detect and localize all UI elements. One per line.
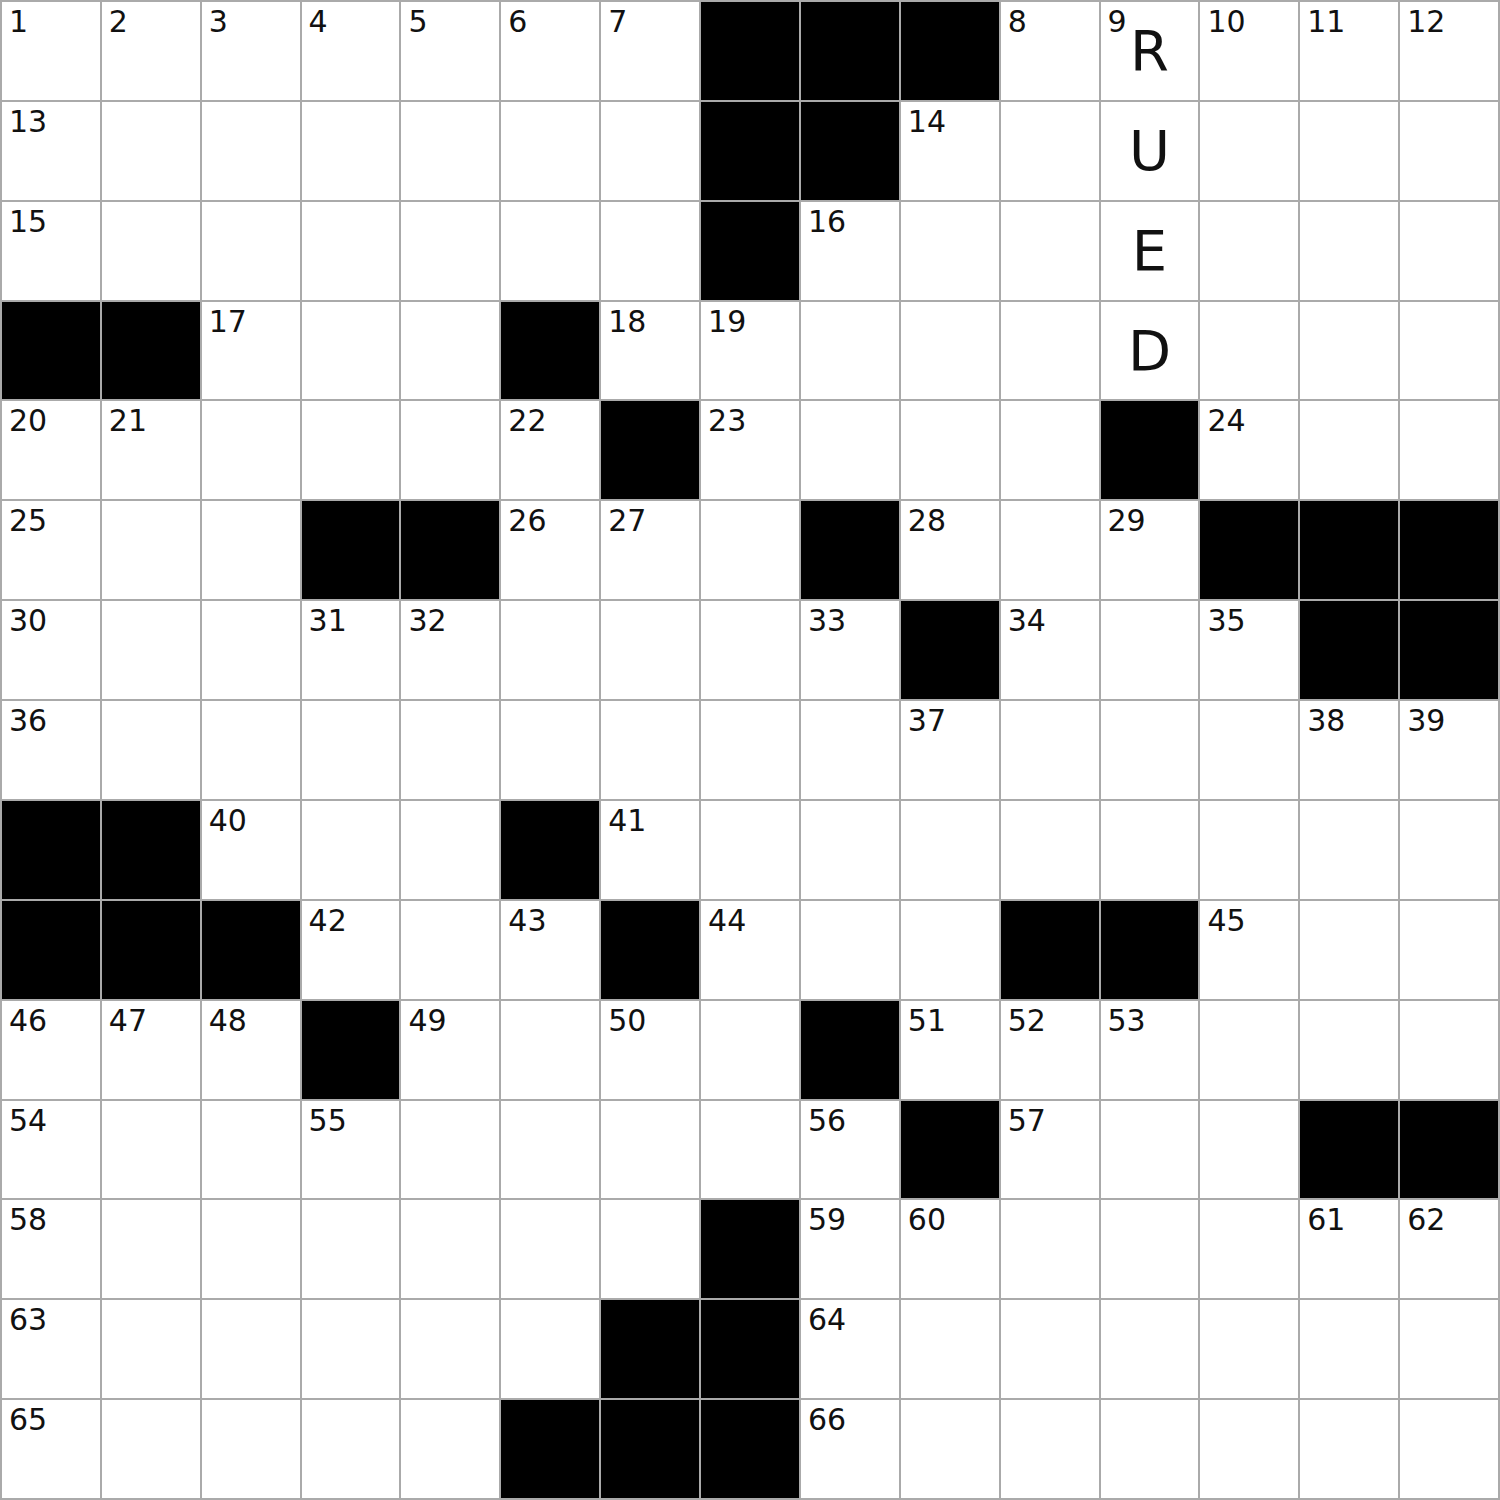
cell-r13c12[interactable] xyxy=(1101,1200,1199,1298)
cell-r3c11[interactable] xyxy=(1001,202,1099,300)
cell-r8c13[interactable] xyxy=(1200,701,1298,799)
cell-r10c13[interactable]: 45 xyxy=(1200,901,1298,999)
cell-r11c6[interactable] xyxy=(501,1001,599,1099)
cell-r11c7[interactable]: 50 xyxy=(601,1001,699,1099)
cell-r11c15[interactable] xyxy=(1400,1001,1498,1099)
clue-number-58: 58 xyxy=(9,1203,47,1236)
black-cell-r6c14 xyxy=(1300,501,1398,599)
clue-number-6: 6 xyxy=(508,5,527,38)
clue-number-34: 34 xyxy=(1008,604,1046,637)
cell-r5c4[interactable] xyxy=(302,401,400,499)
cell-r9c4[interactable] xyxy=(302,801,400,899)
clue-number-47: 47 xyxy=(109,1004,147,1037)
clue-number-24: 24 xyxy=(1207,404,1245,437)
clue-number-16: 16 xyxy=(808,205,846,238)
cell-r1c5[interactable]: 5 xyxy=(401,2,499,100)
cell-r4c13[interactable] xyxy=(1200,302,1298,400)
cell-r4c14[interactable] xyxy=(1300,302,1398,400)
black-cell-r10c2 xyxy=(102,901,200,999)
clue-number-56: 56 xyxy=(808,1104,846,1137)
cell-r7c13[interactable]: 35 xyxy=(1200,601,1298,699)
clue-number-45: 45 xyxy=(1207,904,1245,937)
black-cell-r14c7 xyxy=(601,1300,699,1398)
cell-r14c3[interactable] xyxy=(202,1300,300,1398)
cell-r13c5[interactable] xyxy=(401,1200,499,1298)
clue-number-43: 43 xyxy=(508,904,546,937)
cell-r14c10[interactable] xyxy=(901,1300,999,1398)
cell-r6c2[interactable] xyxy=(102,501,200,599)
clue-number-26: 26 xyxy=(508,504,546,537)
clue-number-49: 49 xyxy=(408,1004,446,1037)
cell-r2c15[interactable] xyxy=(1400,102,1498,200)
cell-r4c4[interactable] xyxy=(302,302,400,400)
cell-r7c9[interactable]: 33 xyxy=(801,601,899,699)
clue-number-42: 42 xyxy=(309,904,347,937)
cell-r2c13[interactable] xyxy=(1200,102,1298,200)
cell-r4c11[interactable] xyxy=(1001,302,1099,400)
cell-r5c5[interactable] xyxy=(401,401,499,499)
cell-r5c3[interactable] xyxy=(202,401,300,499)
cell-r10c8[interactable]: 44 xyxy=(701,901,799,999)
cell-r12c12[interactable] xyxy=(1101,1101,1199,1199)
cell-r15c4[interactable] xyxy=(302,1400,400,1498)
cell-r1c4[interactable]: 4 xyxy=(302,2,400,100)
cell-r7c3[interactable] xyxy=(202,601,300,699)
clue-number-60: 60 xyxy=(908,1203,946,1236)
cell-r15c12[interactable] xyxy=(1101,1400,1199,1498)
cell-r15c1[interactable]: 65 xyxy=(2,1400,100,1498)
cell-r3c7[interactable] xyxy=(601,202,699,300)
clue-number-14: 14 xyxy=(908,105,946,138)
black-cell-r7c15 xyxy=(1400,601,1498,699)
cell-r5c9[interactable] xyxy=(801,401,899,499)
cell-r12c3[interactable] xyxy=(202,1101,300,1199)
cell-r8c14[interactable]: 38 xyxy=(1300,701,1398,799)
cell-r11c14[interactable] xyxy=(1300,1001,1398,1099)
clue-number-7: 7 xyxy=(608,5,627,38)
cell-r7c12[interactable] xyxy=(1101,601,1199,699)
cell-r6c11[interactable] xyxy=(1001,501,1099,599)
cell-r4c5[interactable] xyxy=(401,302,499,400)
cell-r1c12[interactable]: 9R xyxy=(1101,2,1199,100)
cell-r5c10[interactable] xyxy=(901,401,999,499)
clue-number-28: 28 xyxy=(908,504,946,537)
clue-number-13: 13 xyxy=(9,105,47,138)
clue-number-5: 5 xyxy=(408,5,427,38)
cell-r7c4[interactable]: 31 xyxy=(302,601,400,699)
clue-number-23: 23 xyxy=(708,404,746,437)
clue-number-41: 41 xyxy=(608,804,646,837)
cell-r9c7[interactable]: 41 xyxy=(601,801,699,899)
clue-number-10: 10 xyxy=(1207,5,1245,38)
cell-r1c15[interactable]: 12 xyxy=(1400,2,1498,100)
cell-r7c5[interactable]: 32 xyxy=(401,601,499,699)
cell-r6c3[interactable] xyxy=(202,501,300,599)
clue-number-1: 1 xyxy=(9,5,28,38)
cell-r11c11[interactable]: 52 xyxy=(1001,1001,1099,1099)
cell-r7c11[interactable]: 34 xyxy=(1001,601,1099,699)
black-cell-r7c10 xyxy=(901,601,999,699)
cell-r13c14[interactable]: 61 xyxy=(1300,1200,1398,1298)
clue-number-4: 4 xyxy=(309,5,328,38)
cell-r11c8[interactable] xyxy=(701,1001,799,1099)
clue-number-20: 20 xyxy=(9,404,47,437)
cell-r9c11[interactable] xyxy=(1001,801,1099,899)
cell-r3c9[interactable]: 16 xyxy=(801,202,899,300)
cell-r5c8[interactable]: 23 xyxy=(701,401,799,499)
clue-number-51: 51 xyxy=(908,1004,946,1037)
filled-letter-U: U xyxy=(1101,102,1199,200)
cell-r12c5[interactable] xyxy=(401,1101,499,1199)
cell-r2c14[interactable] xyxy=(1300,102,1398,200)
black-cell-r15c8 xyxy=(701,1400,799,1498)
cell-r12c13[interactable] xyxy=(1200,1101,1298,1199)
clue-number-48: 48 xyxy=(209,1004,247,1037)
clue-number-37: 37 xyxy=(908,704,946,737)
black-cell-r9c1 xyxy=(2,801,100,899)
cell-r13c1[interactable]: 58 xyxy=(2,1200,100,1298)
filled-letter-D: D xyxy=(1101,302,1199,400)
clue-number-65: 65 xyxy=(9,1403,47,1436)
black-cell-r1c9 xyxy=(801,2,899,100)
black-cell-r6c9 xyxy=(801,501,899,599)
cell-r5c2[interactable]: 21 xyxy=(102,401,200,499)
clue-number-2: 2 xyxy=(109,5,128,38)
cell-r6c7[interactable]: 27 xyxy=(601,501,699,599)
cell-r8c11[interactable] xyxy=(1001,701,1099,799)
cell-r15c14[interactable] xyxy=(1300,1400,1398,1498)
clue-number-21: 21 xyxy=(109,404,147,437)
cell-r3c4[interactable] xyxy=(302,202,400,300)
cell-r7c6[interactable] xyxy=(501,601,599,699)
clue-number-54: 54 xyxy=(9,1104,47,1137)
clue-number-44: 44 xyxy=(708,904,746,937)
black-cell-r6c5 xyxy=(401,501,499,599)
cell-r13c4[interactable] xyxy=(302,1200,400,1298)
clue-number-19: 19 xyxy=(708,305,746,338)
filled-letter-R: R xyxy=(1101,2,1199,100)
clue-number-55: 55 xyxy=(309,1104,347,1137)
black-cell-r2c9 xyxy=(801,102,899,200)
cell-r13c13[interactable] xyxy=(1200,1200,1298,1298)
cell-r12c7[interactable] xyxy=(601,1101,699,1199)
cell-r13c3[interactable] xyxy=(202,1200,300,1298)
clue-number-57: 57 xyxy=(1008,1104,1046,1137)
cell-r12c4[interactable]: 55 xyxy=(302,1101,400,1199)
clue-number-27: 27 xyxy=(608,504,646,537)
cell-r3c14[interactable] xyxy=(1300,202,1398,300)
cell-r3c6[interactable] xyxy=(501,202,599,300)
cell-r10c10[interactable] xyxy=(901,901,999,999)
black-cell-r10c11 xyxy=(1001,901,1099,999)
cell-r2c7[interactable] xyxy=(601,102,699,200)
cell-r5c1[interactable]: 20 xyxy=(2,401,100,499)
cell-r4c10[interactable] xyxy=(901,302,999,400)
black-cell-r10c3 xyxy=(202,901,300,999)
cell-r2c1[interactable]: 13 xyxy=(2,102,100,200)
cell-r14c1[interactable]: 63 xyxy=(2,1300,100,1398)
cell-r9c12[interactable] xyxy=(1101,801,1199,899)
cell-r11c1[interactable]: 46 xyxy=(2,1001,100,1099)
cell-r3c2[interactable] xyxy=(102,202,200,300)
cell-r3c1[interactable]: 15 xyxy=(2,202,100,300)
cell-r1c1[interactable]: 1 xyxy=(2,2,100,100)
cell-r15c9[interactable]: 66 xyxy=(801,1400,899,1498)
clue-number-11: 11 xyxy=(1307,5,1345,38)
cell-r8c10[interactable]: 37 xyxy=(901,701,999,799)
cell-r10c5[interactable] xyxy=(401,901,499,999)
cell-r11c5[interactable]: 49 xyxy=(401,1001,499,1099)
cell-r6c10[interactable]: 28 xyxy=(901,501,999,599)
black-cell-r12c10 xyxy=(901,1101,999,1199)
cell-r11c10[interactable]: 51 xyxy=(901,1001,999,1099)
cell-r15c3[interactable] xyxy=(202,1400,300,1498)
black-cell-r5c7 xyxy=(601,401,699,499)
clue-number-52: 52 xyxy=(1008,1004,1046,1037)
cell-r1c14[interactable]: 11 xyxy=(1300,2,1398,100)
clue-number-50: 50 xyxy=(608,1004,646,1037)
cell-r1c3[interactable]: 3 xyxy=(202,2,300,100)
clue-number-36: 36 xyxy=(9,704,47,737)
black-cell-r4c1 xyxy=(2,302,100,400)
clue-number-35: 35 xyxy=(1207,604,1245,637)
cell-r3c3[interactable] xyxy=(202,202,300,300)
clue-number-38: 38 xyxy=(1307,704,1345,737)
cell-r9c10[interactable] xyxy=(901,801,999,899)
black-cell-r5c12 xyxy=(1101,401,1199,499)
clue-number-62: 62 xyxy=(1407,1203,1445,1236)
black-cell-r6c15 xyxy=(1400,501,1498,599)
cell-r12c11[interactable]: 57 xyxy=(1001,1101,1099,1199)
cell-r14c6[interactable] xyxy=(501,1300,599,1398)
cell-r8c6[interactable] xyxy=(501,701,599,799)
cell-r13c6[interactable] xyxy=(501,1200,599,1298)
black-cell-r10c7 xyxy=(601,901,699,999)
clue-number-29: 29 xyxy=(1108,504,1146,537)
cell-r2c2[interactable] xyxy=(102,102,200,200)
black-cell-r7c14 xyxy=(1300,601,1398,699)
cell-r8c3[interactable] xyxy=(202,701,300,799)
cell-r12c8[interactable] xyxy=(701,1101,799,1199)
clue-number-18: 18 xyxy=(608,305,646,338)
cell-r14c5[interactable] xyxy=(401,1300,499,1398)
cell-r10c14[interactable] xyxy=(1300,901,1398,999)
cell-r9c3[interactable]: 40 xyxy=(202,801,300,899)
cell-r8c7[interactable] xyxy=(601,701,699,799)
filled-letter-E: E xyxy=(1101,202,1199,300)
cell-r15c2[interactable] xyxy=(102,1400,200,1498)
cell-r12c1[interactable]: 54 xyxy=(2,1101,100,1199)
cell-r12c9[interactable]: 56 xyxy=(801,1101,899,1199)
cell-r7c2[interactable] xyxy=(102,601,200,699)
cell-r5c15[interactable] xyxy=(1400,401,1498,499)
cell-r6c1[interactable]: 25 xyxy=(2,501,100,599)
cell-r13c9[interactable]: 59 xyxy=(801,1200,899,1298)
cell-r9c5[interactable] xyxy=(401,801,499,899)
cell-r14c9[interactable]: 64 xyxy=(801,1300,899,1398)
cell-r9c8[interactable] xyxy=(701,801,799,899)
black-cell-r15c6 xyxy=(501,1400,599,1498)
black-cell-r10c1 xyxy=(2,901,100,999)
cell-r5c13[interactable]: 24 xyxy=(1200,401,1298,499)
cell-r4c9[interactable] xyxy=(801,302,899,400)
cell-r2c4[interactable] xyxy=(302,102,400,200)
cell-r3c13[interactable] xyxy=(1200,202,1298,300)
cell-r14c2[interactable] xyxy=(102,1300,200,1398)
cell-r7c1[interactable]: 30 xyxy=(2,601,100,699)
black-cell-r4c6 xyxy=(501,302,599,400)
cell-r14c15[interactable] xyxy=(1400,1300,1498,1398)
black-cell-r14c8 xyxy=(701,1300,799,1398)
cell-r2c5[interactable] xyxy=(401,102,499,200)
cell-r1c13[interactable]: 10 xyxy=(1200,2,1298,100)
clue-number-15: 15 xyxy=(9,205,47,238)
clue-number-32: 32 xyxy=(408,604,446,637)
cell-r14c13[interactable] xyxy=(1200,1300,1298,1398)
clue-number-63: 63 xyxy=(9,1303,47,1336)
cell-r15c13[interactable] xyxy=(1200,1400,1298,1498)
cell-r8c4[interactable] xyxy=(302,701,400,799)
clue-number-25: 25 xyxy=(9,504,47,537)
clue-number-59: 59 xyxy=(808,1203,846,1236)
cell-r2c11[interactable] xyxy=(1001,102,1099,200)
cell-r13c7[interactable] xyxy=(601,1200,699,1298)
clue-number-53: 53 xyxy=(1108,1004,1146,1037)
cell-r12c6[interactable] xyxy=(501,1101,599,1199)
clue-number-33: 33 xyxy=(808,604,846,637)
cell-r4c15[interactable] xyxy=(1400,302,1498,400)
black-cell-r11c4 xyxy=(302,1001,400,1099)
cell-r10c4[interactable]: 42 xyxy=(302,901,400,999)
crossword-grid: 123456789R1011121314U1516E171819D2021222… xyxy=(0,0,1500,1500)
black-cell-r4c2 xyxy=(102,302,200,400)
clue-number-39: 39 xyxy=(1407,704,1445,737)
cell-r10c9[interactable] xyxy=(801,901,899,999)
cell-r6c12[interactable]: 29 xyxy=(1101,501,1199,599)
cell-r13c15[interactable]: 62 xyxy=(1400,1200,1498,1298)
black-cell-r9c6 xyxy=(501,801,599,899)
black-cell-r1c8 xyxy=(701,2,799,100)
cell-r8c15[interactable]: 39 xyxy=(1400,701,1498,799)
cell-r8c2[interactable] xyxy=(102,701,200,799)
cell-r13c2[interactable] xyxy=(102,1200,200,1298)
cell-r2c10[interactable]: 14 xyxy=(901,102,999,200)
cell-r15c15[interactable] xyxy=(1400,1400,1498,1498)
clue-number-8: 8 xyxy=(1008,5,1027,38)
cell-r1c7[interactable]: 7 xyxy=(601,2,699,100)
clue-number-66: 66 xyxy=(808,1403,846,1436)
cell-r4c7[interactable]: 18 xyxy=(601,302,699,400)
clue-number-3: 3 xyxy=(209,5,228,38)
cell-r6c6[interactable]: 26 xyxy=(501,501,599,599)
cell-r14c12[interactable] xyxy=(1101,1300,1199,1398)
cell-r3c12[interactable]: E xyxy=(1101,202,1199,300)
clue-number-22: 22 xyxy=(508,404,546,437)
black-cell-r12c14 xyxy=(1300,1101,1398,1199)
cell-r8c9[interactable] xyxy=(801,701,899,799)
cell-r9c14[interactable] xyxy=(1300,801,1398,899)
cell-r8c12[interactable] xyxy=(1101,701,1199,799)
cell-r10c15[interactable] xyxy=(1400,901,1498,999)
cell-r11c3[interactable]: 48 xyxy=(202,1001,300,1099)
cell-r7c8[interactable] xyxy=(701,601,799,699)
cell-r3c5[interactable] xyxy=(401,202,499,300)
black-cell-r11c9 xyxy=(801,1001,899,1099)
cell-r4c3[interactable]: 17 xyxy=(202,302,300,400)
black-cell-r15c7 xyxy=(601,1400,699,1498)
cell-r13c10[interactable]: 60 xyxy=(901,1200,999,1298)
clue-number-61: 61 xyxy=(1307,1203,1345,1236)
cell-r4c12[interactable]: D xyxy=(1101,302,1199,400)
cell-r11c13[interactable] xyxy=(1200,1001,1298,1099)
clue-number-40: 40 xyxy=(209,804,247,837)
cell-r2c3[interactable] xyxy=(202,102,300,200)
cell-r7c7[interactable] xyxy=(601,601,699,699)
cell-r3c15[interactable] xyxy=(1400,202,1498,300)
cell-r4c8[interactable]: 19 xyxy=(701,302,799,400)
cell-r8c5[interactable] xyxy=(401,701,499,799)
cell-r6c8[interactable] xyxy=(701,501,799,599)
cell-r14c14[interactable] xyxy=(1300,1300,1398,1398)
clue-number-12: 12 xyxy=(1407,5,1445,38)
clue-number-17: 17 xyxy=(209,305,247,338)
black-cell-r12c15 xyxy=(1400,1101,1498,1199)
cell-r5c11[interactable] xyxy=(1001,401,1099,499)
cell-r1c6[interactable]: 6 xyxy=(501,2,599,100)
cell-r1c11[interactable]: 8 xyxy=(1001,2,1099,100)
cell-r9c15[interactable] xyxy=(1400,801,1498,899)
cell-r15c10[interactable] xyxy=(901,1400,999,1498)
clue-number-31: 31 xyxy=(309,604,347,637)
cell-r9c13[interactable] xyxy=(1200,801,1298,899)
clue-number-30: 30 xyxy=(9,604,47,637)
black-cell-r2c8 xyxy=(701,102,799,200)
clue-number-64: 64 xyxy=(808,1303,846,1336)
cell-r2c6[interactable] xyxy=(501,102,599,200)
clue-number-46: 46 xyxy=(9,1004,47,1037)
cell-r11c12[interactable]: 53 xyxy=(1101,1001,1199,1099)
cell-r13c11[interactable] xyxy=(1001,1200,1099,1298)
black-cell-r9c2 xyxy=(102,801,200,899)
cell-r11c2[interactable]: 47 xyxy=(102,1001,200,1099)
black-cell-r1c10 xyxy=(901,2,999,100)
cell-r14c11[interactable] xyxy=(1001,1300,1099,1398)
cell-r3c10[interactable] xyxy=(901,202,999,300)
black-cell-r6c13 xyxy=(1200,501,1298,599)
cell-r10c6[interactable]: 43 xyxy=(501,901,599,999)
cell-r2c12[interactable]: U xyxy=(1101,102,1199,200)
black-cell-r6c4 xyxy=(302,501,400,599)
cell-r8c8[interactable] xyxy=(701,701,799,799)
cell-r8c1[interactable]: 36 xyxy=(2,701,100,799)
cell-r14c4[interactable] xyxy=(302,1300,400,1398)
black-cell-r10c12 xyxy=(1101,901,1199,999)
cell-r1c2[interactable]: 2 xyxy=(102,2,200,100)
black-cell-r3c8 xyxy=(701,202,799,300)
cell-r9c9[interactable] xyxy=(801,801,899,899)
black-cell-r13c8 xyxy=(701,1200,799,1298)
cell-r5c14[interactable] xyxy=(1300,401,1398,499)
cell-r5c6[interactable]: 22 xyxy=(501,401,599,499)
cell-r15c11[interactable] xyxy=(1001,1400,1099,1498)
cell-r12c2[interactable] xyxy=(102,1101,200,1199)
cell-r15c5[interactable] xyxy=(401,1400,499,1498)
